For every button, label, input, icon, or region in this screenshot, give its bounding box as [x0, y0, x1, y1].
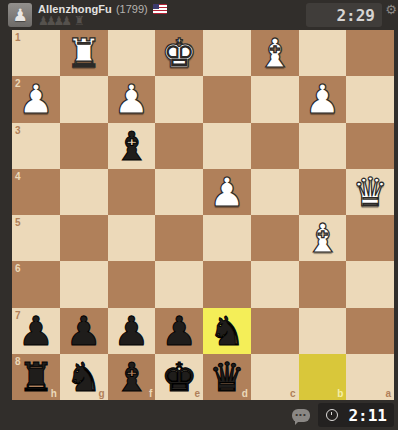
- square-g7[interactable]: ♟: [60, 308, 108, 354]
- captured-p-group: ♟♟♟♟: [38, 15, 69, 27]
- square-f1[interactable]: [108, 30, 156, 76]
- piece-bP-h7[interactable]: ♟: [18, 308, 54, 354]
- rank-label-4: 4: [15, 171, 21, 182]
- square-b2[interactable]: ♟: [299, 76, 347, 122]
- square-b8[interactable]: b: [299, 354, 347, 400]
- square-g1[interactable]: ♜: [60, 30, 108, 76]
- square-a2[interactable]: [346, 76, 394, 122]
- square-h5[interactable]: 5: [12, 215, 60, 261]
- avatar-pawn-icon: ♟: [12, 3, 27, 27]
- square-f6[interactable]: [108, 261, 156, 307]
- square-b3[interactable]: [299, 123, 347, 169]
- square-f2[interactable]: ♟: [108, 76, 156, 122]
- square-c2[interactable]: [251, 76, 299, 122]
- square-c3[interactable]: [251, 123, 299, 169]
- square-e2[interactable]: [155, 76, 203, 122]
- square-d2[interactable]: [203, 76, 251, 122]
- square-d5[interactable]: [203, 215, 251, 261]
- square-f7[interactable]: ♟: [108, 308, 156, 354]
- square-b5[interactable]: ♝: [299, 215, 347, 261]
- square-f8[interactable]: f♝: [108, 354, 156, 400]
- square-h8[interactable]: 8h♜: [12, 354, 60, 400]
- square-f3[interactable]: ♝: [108, 123, 156, 169]
- square-d3[interactable]: [203, 123, 251, 169]
- rank-label-8: 8: [15, 356, 21, 367]
- square-c6[interactable]: [251, 261, 299, 307]
- square-b4[interactable]: [299, 169, 347, 215]
- us-flag-icon: [153, 4, 167, 14]
- piece-bP-e7[interactable]: ♟: [161, 308, 197, 354]
- piece-wP-f2[interactable]: ♟: [113, 76, 149, 122]
- gear-icon[interactable]: ⚙: [385, 2, 397, 17]
- square-h4[interactable]: 4: [12, 169, 60, 215]
- top-player-clock: 2:29: [306, 3, 382, 27]
- rank-label-7: 7: [15, 310, 21, 321]
- square-c4[interactable]: [251, 169, 299, 215]
- square-d8[interactable]: d♛: [203, 354, 251, 400]
- square-e4[interactable]: [155, 169, 203, 215]
- rank-label-2: 2: [15, 78, 21, 89]
- square-f4[interactable]: [108, 169, 156, 215]
- piece-wR-g1[interactable]: ♜: [66, 30, 102, 76]
- piece-wB-b5[interactable]: ♝: [304, 215, 340, 261]
- top-player-avatar[interactable]: ♟: [8, 3, 32, 27]
- captured-r-group: ♜: [74, 15, 82, 27]
- piece-wP-b2[interactable]: ♟: [304, 76, 340, 122]
- square-h3[interactable]: 3: [12, 123, 60, 169]
- square-h2[interactable]: 2♟: [12, 76, 60, 122]
- square-a8[interactable]: a: [346, 354, 394, 400]
- bottom-player-clock: 2:11: [318, 403, 394, 427]
- square-d4[interactable]: ♟: [203, 169, 251, 215]
- square-g4[interactable]: [60, 169, 108, 215]
- file-label-g: g: [98, 388, 104, 399]
- square-g6[interactable]: [60, 261, 108, 307]
- square-g5[interactable]: [60, 215, 108, 261]
- piece-bB-f3[interactable]: ♝: [113, 123, 149, 169]
- square-a1[interactable]: [346, 30, 394, 76]
- chess-board: 1♜♚♝2♟♟♟3♝4♟♛5♝67♟♟♟♟♞8h♜g♞f♝e♚d♛cba: [12, 30, 394, 400]
- square-b1[interactable]: [299, 30, 347, 76]
- square-c5[interactable]: [251, 215, 299, 261]
- piece-bN-d7[interactable]: ♞: [209, 308, 245, 354]
- square-e5[interactable]: [155, 215, 203, 261]
- square-d1[interactable]: [203, 30, 251, 76]
- piece-bQ-d8[interactable]: ♛: [209, 354, 245, 400]
- square-e6[interactable]: [155, 261, 203, 307]
- piece-wP-d4[interactable]: ♟: [209, 169, 245, 215]
- square-e3[interactable]: [155, 123, 203, 169]
- square-e1[interactable]: ♚: [155, 30, 203, 76]
- piece-bP-f7[interactable]: ♟: [113, 308, 149, 354]
- rank-label-5: 5: [15, 217, 21, 228]
- piece-wB-c1[interactable]: ♝: [257, 30, 293, 76]
- piece-bB-f8[interactable]: ♝: [113, 354, 149, 400]
- piece-wP-h2[interactable]: ♟: [18, 76, 54, 122]
- square-c1[interactable]: ♝: [251, 30, 299, 76]
- square-e8[interactable]: e♚: [155, 354, 203, 400]
- top-captured-pieces: ♟♟♟♟♜: [38, 15, 167, 27]
- rank-label-6: 6: [15, 263, 21, 274]
- file-label-b: b: [337, 388, 343, 399]
- timer-icon: [326, 409, 338, 421]
- piece-bN-g8[interactable]: ♞: [66, 354, 102, 400]
- piece-wK-e1[interactable]: ♚: [161, 30, 197, 76]
- square-b7[interactable]: [299, 308, 347, 354]
- file-label-d: d: [242, 388, 248, 399]
- piece-wQ-a4[interactable]: ♛: [352, 169, 388, 215]
- square-d6[interactable]: [203, 261, 251, 307]
- top-player-bar: ♟ AllenzhongFu (1799) ♟♟♟♟♜ 2:29 ⚙: [0, 0, 398, 30]
- chat-icon[interactable]: •••: [292, 409, 310, 422]
- file-label-e: e: [194, 388, 200, 399]
- file-label-h: h: [51, 388, 57, 399]
- square-a3[interactable]: [346, 123, 394, 169]
- square-g2[interactable]: [60, 76, 108, 122]
- square-a6[interactable]: [346, 261, 394, 307]
- top-player-name[interactable]: AllenzhongFu: [38, 3, 112, 15]
- square-a4[interactable]: ♛: [346, 169, 394, 215]
- square-g3[interactable]: [60, 123, 108, 169]
- square-f5[interactable]: [108, 215, 156, 261]
- square-c8[interactable]: c: [251, 354, 299, 400]
- square-d7[interactable]: ♞: [203, 308, 251, 354]
- square-a5[interactable]: [346, 215, 394, 261]
- file-label-c: c: [290, 388, 296, 399]
- square-a7[interactable]: [346, 308, 394, 354]
- piece-bP-g7[interactable]: ♟: [66, 308, 102, 354]
- square-b6[interactable]: [299, 261, 347, 307]
- square-g8[interactable]: g♞: [60, 354, 108, 400]
- file-label-a: a: [385, 388, 391, 399]
- piece-bK-e8[interactable]: ♚: [161, 354, 197, 400]
- square-h6[interactable]: 6: [12, 261, 60, 307]
- square-c7[interactable]: [251, 308, 299, 354]
- square-h7[interactable]: 7♟: [12, 308, 60, 354]
- rank-label-3: 3: [15, 125, 21, 136]
- square-h1[interactable]: 1: [12, 30, 60, 76]
- square-e7[interactable]: ♟: [155, 308, 203, 354]
- file-label-f: f: [149, 388, 152, 399]
- piece-bR-h8[interactable]: ♜: [18, 354, 54, 400]
- rank-label-1: 1: [15, 32, 21, 43]
- top-player-rating: (1799): [116, 3, 148, 15]
